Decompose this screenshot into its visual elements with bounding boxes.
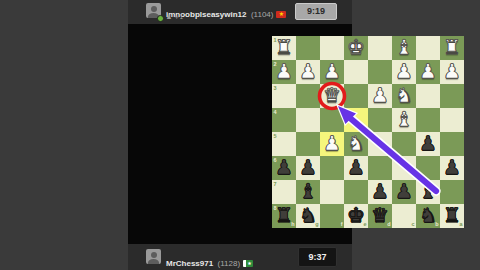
black-pawn-e6[interactable]: ♟ (344, 156, 368, 180)
square-c4[interactable]: ♝ (392, 108, 416, 132)
white-pawn-a2[interactable]: ♟ (440, 60, 464, 84)
square-d6[interactable] (368, 156, 392, 180)
white-bishop-c4[interactable]: ♝ (392, 108, 416, 132)
square-e4[interactable] (344, 108, 368, 132)
black-knight-b8[interactable]: ♞ (416, 204, 440, 228)
square-g2[interactable]: ♟ (296, 60, 320, 84)
rank-label-5: 5 (274, 133, 277, 139)
black-queen-d8[interactable]: ♛ (368, 204, 392, 228)
square-f1[interactable] (320, 36, 344, 60)
square-c7[interactable]: ♟ (392, 180, 416, 204)
black-pawn-b5[interactable]: ♟ (416, 132, 440, 156)
square-f7[interactable] (320, 180, 344, 204)
square-b7[interactable]: ♝ (416, 180, 440, 204)
square-g3[interactable] (296, 84, 320, 108)
file-label-f: f (341, 221, 343, 227)
top-player-nameline[interactable]: imnoobplseasywin12 (1104)★ (166, 3, 286, 21)
square-h7[interactable]: 7 (272, 180, 296, 204)
square-f2[interactable]: ♟ (320, 60, 344, 84)
bottom-player-avatar[interactable] (146, 249, 161, 264)
square-c6[interactable] (392, 156, 416, 180)
rank-label-3: 3 (274, 85, 277, 91)
bottom-player-rating: (1128) (218, 259, 241, 268)
white-pawn-b2[interactable]: ♟ (416, 60, 440, 84)
square-a7[interactable] (440, 180, 464, 204)
black-pawn-a6[interactable]: ♟ (440, 156, 464, 180)
black-clock: 9:37 (298, 247, 337, 267)
white-pawn-h2[interactable]: ♟ (272, 60, 296, 84)
square-c1[interactable]: ♝ (392, 36, 416, 60)
square-c2[interactable]: ♟ (392, 60, 416, 84)
pakistan-flag-icon: ★ (243, 260, 253, 267)
white-knight-c3[interactable]: ♞ (392, 84, 416, 108)
square-f6[interactable] (320, 156, 344, 180)
square-h2[interactable]: 2♟ (272, 60, 296, 84)
white-king-e1[interactable]: ♚ (344, 36, 368, 60)
square-b5[interactable]: ♟ (416, 132, 440, 156)
captured-pieces-indicator: ♟ +1 (166, 13, 184, 21)
black-king-e8[interactable]: ♚ (344, 204, 368, 228)
square-e6[interactable]: ♟ (344, 156, 368, 180)
square-e5[interactable]: ♞ (344, 132, 368, 156)
square-g6[interactable]: ♟ (296, 156, 320, 180)
black-rook-h8[interactable]: ♜ (272, 204, 296, 228)
rank-label-7: 7 (274, 181, 277, 187)
square-d7[interactable]: ♟ (368, 180, 392, 204)
black-bishop-b7[interactable]: ♝ (416, 180, 440, 204)
captured-pawn-icon: ♟ (166, 13, 172, 21)
square-c8[interactable]: c (392, 204, 416, 228)
square-h5[interactable]: 5 (272, 132, 296, 156)
square-h3[interactable]: 3 (272, 84, 296, 108)
square-b4[interactable] (416, 108, 440, 132)
online-status-dot (157, 15, 164, 22)
phone-screen: imnoobplseasywin12 (1104)★ ♟ +1 9:19 1♜♚… (128, 0, 352, 270)
square-h6[interactable]: 6♟ (272, 156, 296, 180)
square-g8[interactable]: g♞ (296, 204, 320, 228)
square-b3[interactable] (416, 84, 440, 108)
white-knight-e5[interactable]: ♞ (344, 132, 368, 156)
bottom-player-bar: MrChess971 (1128)★ 9:37 (128, 244, 352, 270)
square-a4[interactable] (440, 108, 464, 132)
square-d5[interactable] (368, 132, 392, 156)
white-pawn-c2[interactable]: ♟ (392, 60, 416, 84)
square-c3[interactable]: ♞ (392, 84, 416, 108)
square-g5[interactable] (296, 132, 320, 156)
avatar-person-icon (148, 259, 159, 265)
square-e3[interactable] (344, 84, 368, 108)
white-rook-a1[interactable]: ♜ (440, 36, 464, 60)
chess-board[interactable]: 1♜♚♝♜2♟♟♟♟♟♟3♛♟♞4♝5♟♞♟6♟♟♟♟7♝♟♟♝8h♜g♞fe♚… (272, 36, 464, 228)
square-a3[interactable] (440, 84, 464, 108)
square-a6[interactable]: ♟ (440, 156, 464, 180)
white-clock: 9:19 (295, 3, 337, 20)
white-bishop-c1[interactable]: ♝ (392, 36, 416, 60)
square-a1[interactable]: ♜ (440, 36, 464, 60)
square-f3[interactable]: ♛ (320, 84, 344, 108)
square-b8[interactable]: b♞ (416, 204, 440, 228)
square-b2[interactable]: ♟ (416, 60, 440, 84)
top-player-rating: (1104) (251, 10, 274, 19)
square-d4[interactable] (368, 108, 392, 132)
rank-label-4: 4 (274, 109, 277, 115)
square-g1[interactable] (296, 36, 320, 60)
square-b6[interactable] (416, 156, 440, 180)
white-pawn-f2[interactable]: ♟ (320, 60, 344, 84)
square-e8[interactable]: e♚ (344, 204, 368, 228)
black-pawn-g6[interactable]: ♟ (296, 156, 320, 180)
white-pawn-f5[interactable]: ♟ (320, 132, 344, 156)
square-d3[interactable]: ♟ (368, 84, 392, 108)
white-queen-f3[interactable]: ♛ (320, 84, 344, 108)
black-pawn-d7[interactable]: ♟ (368, 180, 392, 204)
black-pawn-c7[interactable]: ♟ (392, 180, 416, 204)
square-a2[interactable]: ♟ (440, 60, 464, 84)
bottom-player-nameline[interactable]: MrChess971 (1128)★ (166, 252, 253, 270)
vietnam-flag-icon: ★ (276, 11, 286, 18)
white-pawn-d3[interactable]: ♟ (368, 84, 392, 108)
black-pawn-h6[interactable]: ♟ (272, 156, 296, 180)
avatar-person-icon (151, 6, 157, 12)
square-d8[interactable]: d♛ (368, 204, 392, 228)
square-h4[interactable]: 4 (272, 108, 296, 132)
square-g4[interactable] (296, 108, 320, 132)
square-g7[interactable]: ♝ (296, 180, 320, 204)
white-pawn-g2[interactable]: ♟ (296, 60, 320, 84)
square-e1[interactable]: ♚ (344, 36, 368, 60)
square-a5[interactable] (440, 132, 464, 156)
black-rook-a8[interactable]: ♜ (440, 204, 464, 228)
square-c5[interactable] (392, 132, 416, 156)
square-f5[interactable]: ♟ (320, 132, 344, 156)
square-h1[interactable]: 1♜ (272, 36, 296, 60)
square-e7[interactable] (344, 180, 368, 204)
square-a8[interactable]: a♜ (440, 204, 464, 228)
file-label-c: c (411, 221, 414, 227)
top-player-bar: imnoobplseasywin12 (1104)★ ♟ +1 9:19 (128, 0, 352, 24)
square-e2[interactable] (344, 60, 368, 84)
black-bishop-g7[interactable]: ♝ (296, 180, 320, 204)
square-f4[interactable] (320, 108, 344, 132)
black-knight-g8[interactable]: ♞ (296, 204, 320, 228)
square-f8[interactable]: f (320, 204, 344, 228)
square-h8[interactable]: 8h♜ (272, 204, 296, 228)
bottom-player-name: MrChess971 (166, 259, 213, 268)
square-d2[interactable] (368, 60, 392, 84)
white-rook-h1[interactable]: ♜ (272, 36, 296, 60)
material-advantage: +1 (174, 13, 184, 21)
square-b1[interactable] (416, 36, 440, 60)
square-d1[interactable] (368, 36, 392, 60)
avatar-person-icon (151, 252, 157, 258)
